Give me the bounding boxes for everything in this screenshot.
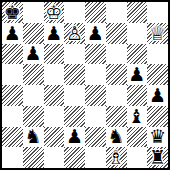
black-knight: ♞	[25, 127, 42, 146]
white-king: ♔	[45, 3, 62, 22]
square-d3[interactable]	[64, 106, 85, 127]
square-a3[interactable]	[2, 106, 23, 127]
square-g5[interactable]: ♟	[127, 64, 148, 85]
square-b8[interactable]	[23, 2, 44, 23]
square-b6[interactable]: ♟	[23, 44, 44, 65]
square-h1[interactable]: ♜	[147, 147, 168, 168]
square-a6[interactable]	[2, 44, 23, 65]
square-h3[interactable]	[147, 106, 168, 127]
square-e3[interactable]	[85, 106, 106, 127]
black-pawn: ♟	[45, 24, 62, 43]
square-d7[interactable]: ♙	[64, 23, 85, 44]
square-h6[interactable]	[147, 44, 168, 65]
square-a2[interactable]	[2, 127, 23, 148]
square-g4[interactable]	[127, 85, 148, 106]
square-b4[interactable]	[23, 85, 44, 106]
square-d2[interactable]: ♟	[64, 127, 85, 148]
square-b1[interactable]	[23, 147, 44, 168]
square-c2[interactable]	[44, 127, 65, 148]
square-g1[interactable]	[127, 147, 148, 168]
square-f5[interactable]	[106, 64, 127, 85]
square-a7[interactable]: ♟	[2, 23, 23, 44]
square-a1[interactable]	[2, 147, 23, 168]
square-b7[interactable]	[23, 23, 44, 44]
square-c5[interactable]	[44, 64, 65, 85]
chess-board: ♚♔♟♟♙♟♕♟♟♟♝♞♟♞♛♗♜	[0, 0, 170, 170]
square-b5[interactable]	[23, 64, 44, 85]
black-rook: ♜	[149, 148, 166, 167]
square-b2[interactable]: ♞	[23, 127, 44, 148]
square-c6[interactable]	[44, 44, 65, 65]
black-king: ♚	[4, 3, 21, 22]
square-f7[interactable]	[106, 23, 127, 44]
square-f2[interactable]: ♞	[106, 127, 127, 148]
black-bishop: ♝	[128, 107, 145, 126]
square-d1[interactable]	[64, 147, 85, 168]
square-h2[interactable]: ♛	[147, 127, 168, 148]
square-a8[interactable]: ♚	[2, 2, 23, 23]
black-pawn: ♟	[4, 24, 21, 43]
white-queen: ♕	[149, 24, 166, 43]
square-g6[interactable]	[127, 44, 148, 65]
square-f3[interactable]	[106, 106, 127, 127]
black-knight: ♞	[108, 127, 125, 146]
black-queen: ♛	[149, 127, 166, 146]
black-pawn: ♟	[66, 127, 83, 146]
square-d6[interactable]	[64, 44, 85, 65]
square-e8[interactable]	[85, 2, 106, 23]
square-d5[interactable]	[64, 64, 85, 85]
square-b3[interactable]	[23, 106, 44, 127]
black-pawn: ♟	[128, 65, 145, 84]
square-c3[interactable]	[44, 106, 65, 127]
square-h5[interactable]	[147, 64, 168, 85]
square-a5[interactable]	[2, 64, 23, 85]
chess-diagram: ♚♔♟♟♙♟♕♟♟♟♝♞♟♞♛♗♜	[0, 0, 172, 172]
square-f8[interactable]	[106, 2, 127, 23]
black-pawn: ♟	[87, 24, 104, 43]
square-e5[interactable]	[85, 64, 106, 85]
square-c7[interactable]: ♟	[44, 23, 65, 44]
square-e2[interactable]	[85, 127, 106, 148]
square-d8[interactable]	[64, 2, 85, 23]
square-f1[interactable]: ♗	[106, 147, 127, 168]
square-h7[interactable]: ♕	[147, 23, 168, 44]
square-e4[interactable]	[85, 85, 106, 106]
square-f4[interactable]	[106, 85, 127, 106]
square-e1[interactable]	[85, 147, 106, 168]
square-e6[interactable]	[85, 44, 106, 65]
black-pawn: ♟	[25, 44, 42, 63]
black-pawn: ♟	[149, 86, 166, 105]
square-g3[interactable]: ♝	[127, 106, 148, 127]
square-a4[interactable]	[2, 85, 23, 106]
square-g8[interactable]	[127, 2, 148, 23]
square-c4[interactable]	[44, 85, 65, 106]
white-pawn: ♙	[66, 24, 83, 43]
white-bishop: ♗	[108, 148, 125, 167]
square-c8[interactable]: ♔	[44, 2, 65, 23]
square-h8[interactable]	[147, 2, 168, 23]
square-g7[interactable]	[127, 23, 148, 44]
square-d4[interactable]	[64, 85, 85, 106]
square-c1[interactable]	[44, 147, 65, 168]
square-g2[interactable]	[127, 127, 148, 148]
square-e7[interactable]: ♟	[85, 23, 106, 44]
square-h4[interactable]: ♟	[147, 85, 168, 106]
square-f6[interactable]	[106, 44, 127, 65]
